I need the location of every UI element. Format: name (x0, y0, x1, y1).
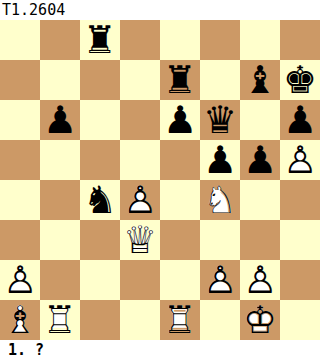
square-b1[interactable]: ♜♖ (40, 300, 80, 340)
square-c7[interactable] (80, 60, 120, 100)
square-b8[interactable] (40, 20, 80, 60)
chess-board: ♜♜♝♚♟♟♛♟♟♟♟♙♞♟♙♞♘♛♕♟♙♟♙♟♙♝♗♜♖♜♖♚♔ (0, 20, 320, 340)
square-e4[interactable] (160, 180, 200, 220)
piece-outline: ♔ (240, 300, 280, 340)
square-h1[interactable] (280, 300, 320, 340)
square-d5[interactable] (120, 140, 160, 180)
square-c3[interactable] (80, 220, 120, 260)
square-e6[interactable]: ♟ (160, 100, 200, 140)
square-b3[interactable] (40, 220, 80, 260)
square-e7[interactable]: ♜ (160, 60, 200, 100)
square-e3[interactable] (160, 220, 200, 260)
square-h6[interactable]: ♟ (280, 100, 320, 140)
white-pawn: ♟♙ (240, 260, 280, 300)
black-pawn: ♟ (200, 140, 240, 180)
square-a2[interactable]: ♟♙ (0, 260, 40, 300)
square-b4[interactable] (40, 180, 80, 220)
white-pawn: ♟♙ (120, 180, 160, 220)
piece-outline: ♕ (120, 220, 160, 260)
square-c6[interactable] (80, 100, 120, 140)
square-b6[interactable]: ♟ (40, 100, 80, 140)
square-a5[interactable] (0, 140, 40, 180)
square-f5[interactable]: ♟ (200, 140, 240, 180)
black-king: ♚ (280, 60, 320, 100)
black-pawn: ♟ (280, 100, 320, 140)
square-e8[interactable] (160, 20, 200, 60)
square-h8[interactable] (280, 20, 320, 60)
piece-outline: ♙ (120, 180, 160, 220)
square-b7[interactable] (40, 60, 80, 100)
square-d1[interactable] (120, 300, 160, 340)
white-rook: ♜♖ (40, 300, 80, 340)
piece-outline: ♙ (200, 260, 240, 300)
square-a1[interactable]: ♝♗ (0, 300, 40, 340)
piece-outline: ♗ (0, 300, 40, 340)
piece-outline: ♖ (40, 300, 80, 340)
white-pawn: ♟♙ (280, 140, 320, 180)
black-bishop: ♝ (240, 60, 280, 100)
piece-outline: ♘ (200, 180, 240, 220)
black-knight: ♞ (80, 180, 120, 220)
square-f6[interactable]: ♛ (200, 100, 240, 140)
square-d7[interactable] (120, 60, 160, 100)
square-e2[interactable] (160, 260, 200, 300)
square-e1[interactable]: ♜♖ (160, 300, 200, 340)
move-prompt: 1. ? (0, 340, 320, 360)
square-a3[interactable] (0, 220, 40, 260)
white-rook: ♜♖ (160, 300, 200, 340)
square-b5[interactable] (40, 140, 80, 180)
square-c2[interactable] (80, 260, 120, 300)
square-c4[interactable]: ♞ (80, 180, 120, 220)
square-a8[interactable] (0, 20, 40, 60)
square-c8[interactable]: ♜ (80, 20, 120, 60)
black-queen: ♛ (200, 100, 240, 140)
square-b2[interactable] (40, 260, 80, 300)
square-h3[interactable] (280, 220, 320, 260)
white-bishop: ♝♗ (0, 300, 40, 340)
square-a6[interactable] (0, 100, 40, 140)
square-g6[interactable] (240, 100, 280, 140)
piece-outline: ♙ (280, 140, 320, 180)
piece-outline: ♖ (160, 300, 200, 340)
white-king: ♚♔ (240, 300, 280, 340)
square-c1[interactable] (80, 300, 120, 340)
square-f1[interactable] (200, 300, 240, 340)
black-pawn: ♟ (160, 100, 200, 140)
square-f3[interactable] (200, 220, 240, 260)
square-g1[interactable]: ♚♔ (240, 300, 280, 340)
white-pawn: ♟♙ (0, 260, 40, 300)
square-e5[interactable] (160, 140, 200, 180)
square-d4[interactable]: ♟♙ (120, 180, 160, 220)
square-d8[interactable] (120, 20, 160, 60)
puzzle-title: T1.2604 (0, 0, 320, 20)
square-h4[interactable] (280, 180, 320, 220)
square-f2[interactable]: ♟♙ (200, 260, 240, 300)
square-d6[interactable] (120, 100, 160, 140)
piece-outline: ♙ (0, 260, 40, 300)
black-rook: ♜ (80, 20, 120, 60)
square-g4[interactable] (240, 180, 280, 220)
white-knight: ♞♘ (200, 180, 240, 220)
square-h2[interactable] (280, 260, 320, 300)
square-c5[interactable] (80, 140, 120, 180)
square-g3[interactable] (240, 220, 280, 260)
square-g2[interactable]: ♟♙ (240, 260, 280, 300)
square-f7[interactable] (200, 60, 240, 100)
square-f8[interactable] (200, 20, 240, 60)
square-a4[interactable] (0, 180, 40, 220)
black-pawn: ♟ (40, 100, 80, 140)
black-rook: ♜ (160, 60, 200, 100)
square-d2[interactable] (120, 260, 160, 300)
white-pawn: ♟♙ (200, 260, 240, 300)
square-d3[interactable]: ♛♕ (120, 220, 160, 260)
piece-outline: ♙ (240, 260, 280, 300)
square-f4[interactable]: ♞♘ (200, 180, 240, 220)
square-h7[interactable]: ♚ (280, 60, 320, 100)
square-h5[interactable]: ♟♙ (280, 140, 320, 180)
square-g8[interactable] (240, 20, 280, 60)
square-g5[interactable]: ♟ (240, 140, 280, 180)
square-g7[interactable]: ♝ (240, 60, 280, 100)
square-a7[interactable] (0, 60, 40, 100)
black-pawn: ♟ (240, 140, 280, 180)
white-queen: ♛♕ (120, 220, 160, 260)
